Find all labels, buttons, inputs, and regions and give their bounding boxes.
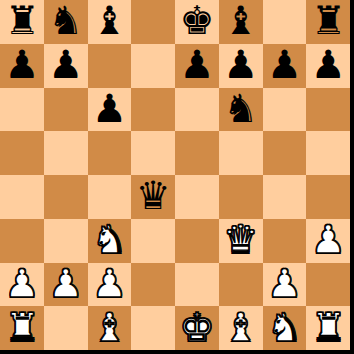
square-g5[interactable] — [263, 131, 307, 175]
piece-black-pawn[interactable]: ♟ — [48, 45, 83, 84]
square-b4[interactable] — [44, 175, 88, 219]
square-f7[interactable]: ♟ — [219, 44, 263, 88]
square-c5[interactable] — [88, 131, 132, 175]
piece-black-rook[interactable]: ♜ — [4, 1, 39, 40]
square-c4[interactable] — [88, 175, 132, 219]
piece-white-pawn[interactable]: ♟ — [311, 220, 346, 259]
square-b5[interactable] — [44, 131, 88, 175]
piece-white-king[interactable]: ♚ — [179, 308, 214, 347]
piece-white-rook[interactable]: ♜ — [311, 308, 346, 347]
square-f6[interactable]: ♞ — [219, 88, 263, 132]
piece-white-bishop[interactable]: ♝ — [92, 308, 127, 347]
square-f4[interactable] — [219, 175, 263, 219]
square-h4[interactable] — [306, 175, 350, 219]
square-b3[interactable] — [44, 219, 88, 263]
square-d1[interactable] — [131, 306, 175, 350]
piece-white-rook[interactable]: ♜ — [4, 308, 39, 347]
piece-black-king[interactable]: ♚ — [179, 1, 214, 40]
piece-white-pawn[interactable]: ♟ — [4, 264, 39, 303]
square-h5[interactable] — [306, 131, 350, 175]
square-e5[interactable] — [175, 131, 219, 175]
piece-black-bishop[interactable]: ♝ — [92, 1, 127, 40]
square-c1[interactable]: ♝ — [88, 306, 132, 350]
square-d2[interactable] — [131, 263, 175, 307]
square-g2[interactable]: ♟ — [263, 263, 307, 307]
square-e7[interactable]: ♟ — [175, 44, 219, 88]
square-c6[interactable]: ♟ — [88, 88, 132, 132]
piece-black-knight[interactable]: ♞ — [223, 89, 258, 128]
square-d4[interactable]: ♛ — [131, 175, 175, 219]
square-d5[interactable] — [131, 131, 175, 175]
square-c2[interactable]: ♟ — [88, 263, 132, 307]
square-g8[interactable] — [263, 0, 307, 44]
square-h1[interactable]: ♜ — [306, 306, 350, 350]
square-a4[interactable] — [0, 175, 44, 219]
square-a5[interactable] — [0, 131, 44, 175]
piece-black-pawn[interactable]: ♟ — [4, 45, 39, 84]
square-e1[interactable]: ♚ — [175, 306, 219, 350]
square-d8[interactable] — [131, 0, 175, 44]
square-h3[interactable]: ♟ — [306, 219, 350, 263]
piece-white-queen[interactable]: ♛ — [223, 220, 258, 259]
square-f1[interactable]: ♝ — [219, 306, 263, 350]
square-a6[interactable] — [0, 88, 44, 132]
square-h2[interactable] — [306, 263, 350, 307]
square-a3[interactable] — [0, 219, 44, 263]
piece-white-pawn[interactable]: ♟ — [92, 264, 127, 303]
piece-black-rook[interactable]: ♜ — [311, 1, 346, 40]
square-f3[interactable]: ♛ — [219, 219, 263, 263]
square-e2[interactable] — [175, 263, 219, 307]
piece-black-queen[interactable]: ♛ — [136, 176, 171, 215]
piece-black-knight[interactable]: ♞ — [48, 1, 83, 40]
piece-black-pawn[interactable]: ♟ — [179, 45, 214, 84]
square-c8[interactable]: ♝ — [88, 0, 132, 44]
piece-black-pawn[interactable]: ♟ — [92, 89, 127, 128]
chess-board-diagram: ♜♞♝♚♝♜♟♟♟♟♟♟♟♞♛♞♛♟♟♟♟♟♜♝♚♝♞♜ — [0, 0, 354, 354]
square-g7[interactable]: ♟ — [263, 44, 307, 88]
piece-black-pawn[interactable]: ♟ — [223, 45, 258, 84]
square-c7[interactable] — [88, 44, 132, 88]
piece-black-pawn[interactable]: ♟ — [311, 45, 346, 84]
square-b7[interactable]: ♟ — [44, 44, 88, 88]
square-c3[interactable]: ♞ — [88, 219, 132, 263]
square-b8[interactable]: ♞ — [44, 0, 88, 44]
square-h8[interactable]: ♜ — [306, 0, 350, 44]
square-b6[interactable] — [44, 88, 88, 132]
square-d3[interactable] — [131, 219, 175, 263]
square-a7[interactable]: ♟ — [0, 44, 44, 88]
chess-board: ♜♞♝♚♝♜♟♟♟♟♟♟♟♞♛♞♛♟♟♟♟♟♜♝♚♝♞♜ — [0, 0, 350, 350]
square-g4[interactable] — [263, 175, 307, 219]
square-a2[interactable]: ♟ — [0, 263, 44, 307]
square-e8[interactable]: ♚ — [175, 0, 219, 44]
square-a1[interactable]: ♜ — [0, 306, 44, 350]
square-f5[interactable] — [219, 131, 263, 175]
piece-white-knight[interactable]: ♞ — [92, 220, 127, 259]
square-b2[interactable]: ♟ — [44, 263, 88, 307]
piece-white-bishop[interactable]: ♝ — [223, 308, 258, 347]
square-a8[interactable]: ♜ — [0, 0, 44, 44]
square-g1[interactable]: ♞ — [263, 306, 307, 350]
square-e3[interactable] — [175, 219, 219, 263]
square-d7[interactable] — [131, 44, 175, 88]
square-h7[interactable]: ♟ — [306, 44, 350, 88]
square-h6[interactable] — [306, 88, 350, 132]
piece-white-pawn[interactable]: ♟ — [267, 264, 302, 303]
square-e4[interactable] — [175, 175, 219, 219]
square-g6[interactable] — [263, 88, 307, 132]
square-g3[interactable] — [263, 219, 307, 263]
piece-white-pawn[interactable]: ♟ — [48, 264, 83, 303]
square-d6[interactable] — [131, 88, 175, 132]
square-b1[interactable] — [44, 306, 88, 350]
square-f8[interactable]: ♝ — [219, 0, 263, 44]
piece-black-pawn[interactable]: ♟ — [267, 45, 302, 84]
piece-white-knight[interactable]: ♞ — [267, 308, 302, 347]
square-f2[interactable] — [219, 263, 263, 307]
square-e6[interactable] — [175, 88, 219, 132]
piece-black-bishop[interactable]: ♝ — [223, 1, 258, 40]
